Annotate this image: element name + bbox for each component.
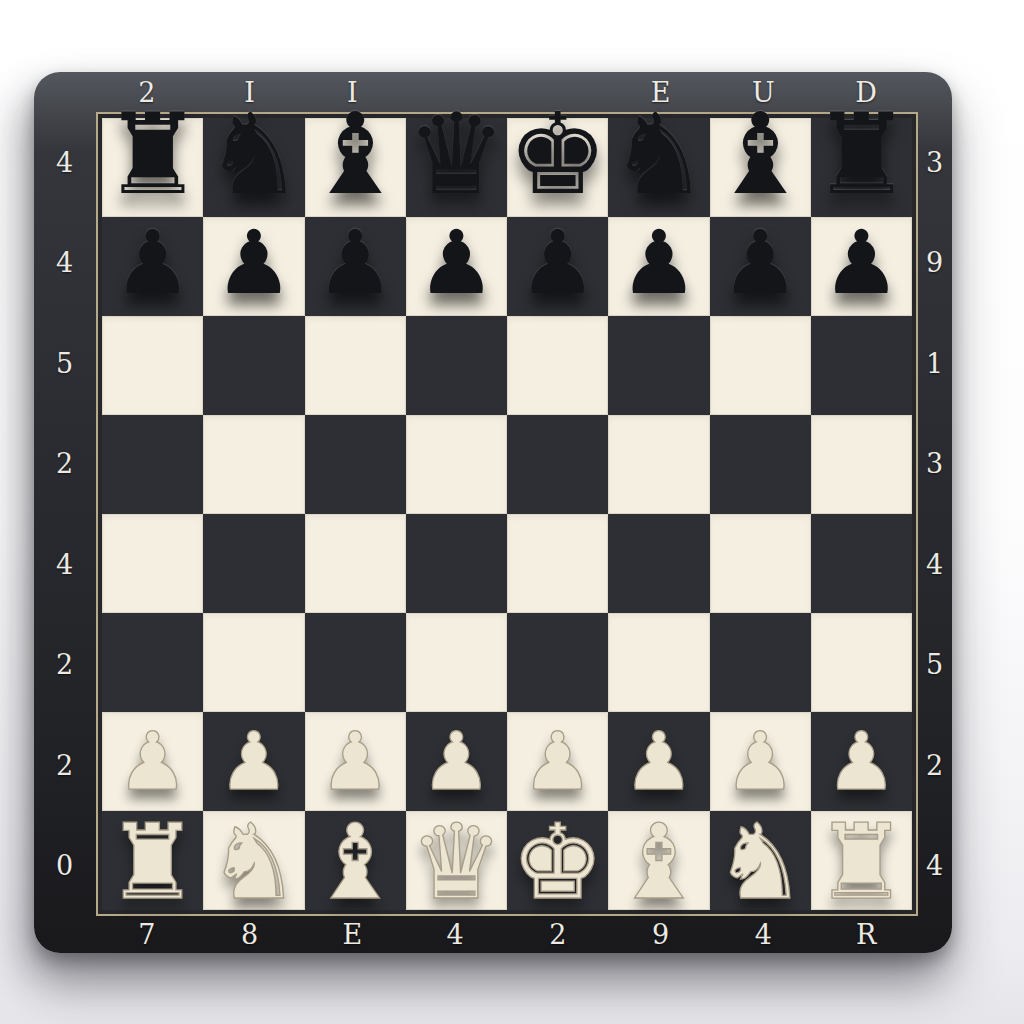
square-h3[interactable] (811, 613, 912, 712)
square-g4[interactable] (710, 514, 811, 613)
square-a2[interactable]: ♟ (102, 712, 203, 811)
square-f8[interactable]: ♞ (608, 118, 709, 217)
left-label-7: 0 (34, 816, 96, 917)
square-h8[interactable]: ♜ (811, 118, 912, 217)
square-e7[interactable]: ♟ (507, 217, 608, 316)
square-b5[interactable] (203, 415, 304, 514)
piece-white-queen-d1[interactable]: ♛ (410, 810, 503, 914)
piece-white-pawn-b2[interactable]: ♟ (218, 722, 290, 802)
square-g7[interactable]: ♟ (710, 217, 811, 316)
right-label-1: 9 (918, 213, 952, 314)
square-h4[interactable] (811, 514, 912, 613)
piece-white-rook-h1[interactable]: ♜ (815, 810, 908, 914)
square-b1[interactable]: ♞ (203, 811, 304, 910)
piece-white-pawn-e2[interactable]: ♟ (522, 722, 594, 802)
square-a5[interactable] (102, 415, 203, 514)
square-f7[interactable]: ♟ (608, 217, 709, 316)
piece-white-bishop-f1[interactable]: ♝ (612, 810, 705, 914)
square-g5[interactable] (710, 415, 811, 514)
square-b4[interactable] (203, 514, 304, 613)
square-b3[interactable] (203, 613, 304, 712)
piece-black-pawn-b7[interactable]: ♟ (214, 219, 293, 307)
piece-white-pawn-a2[interactable]: ♟ (117, 722, 189, 802)
piece-black-pawn-g7[interactable]: ♟ (721, 219, 800, 307)
right-label-4: 4 (918, 514, 952, 615)
square-h5[interactable] (811, 415, 912, 514)
piece-black-knight-f8[interactable]: ♞ (609, 98, 709, 210)
piece-black-king-e8[interactable]: ♚ (507, 98, 607, 210)
left-label-1: 4 (34, 213, 96, 314)
piece-black-bishop-g8[interactable]: ♝ (710, 98, 810, 210)
piece-black-pawn-c7[interactable]: ♟ (316, 219, 395, 307)
piece-white-pawn-c2[interactable]: ♟ (319, 722, 391, 802)
square-d5[interactable] (406, 415, 507, 514)
squares-grid: ♜♞♝♛♚♞♝♜♟♟♟♟♟♟♟♟♟♟♟♟♟♟♟♟♜♞♝♛♚♝♞♜ (102, 118, 912, 910)
square-h7[interactable]: ♟ (811, 217, 912, 316)
square-e6[interactable] (507, 316, 608, 415)
square-a8[interactable]: ♜ (102, 118, 203, 217)
square-c1[interactable]: ♝ (305, 811, 406, 910)
piece-white-knight-b1[interactable]: ♞ (207, 810, 300, 914)
square-h1[interactable]: ♜ (811, 811, 912, 910)
piece-black-pawn-e7[interactable]: ♟ (518, 219, 597, 307)
square-d7[interactable]: ♟ (406, 217, 507, 316)
piece-white-bishop-c1[interactable]: ♝ (309, 810, 402, 914)
square-f6[interactable] (608, 316, 709, 415)
square-c5[interactable] (305, 415, 406, 514)
square-b6[interactable] (203, 316, 304, 415)
piece-white-pawn-h2[interactable]: ♟ (826, 722, 898, 802)
square-b8[interactable]: ♞ (203, 118, 304, 217)
square-a1[interactable]: ♜ (102, 811, 203, 910)
square-f3[interactable] (608, 613, 709, 712)
piece-black-bishop-c8[interactable]: ♝ (305, 98, 405, 210)
square-h6[interactable] (811, 316, 912, 415)
square-d2[interactable]: ♟ (406, 712, 507, 811)
rank-labels-right: 39134524 (918, 112, 952, 916)
square-e4[interactable] (507, 514, 608, 613)
square-g3[interactable] (710, 613, 811, 712)
square-c8[interactable]: ♝ (305, 118, 406, 217)
piece-white-pawn-f2[interactable]: ♟ (623, 722, 695, 802)
square-e2[interactable]: ♟ (507, 712, 608, 811)
square-b7[interactable]: ♟ (203, 217, 304, 316)
square-f5[interactable] (608, 415, 709, 514)
square-c6[interactable] (305, 316, 406, 415)
square-e1[interactable]: ♚ (507, 811, 608, 910)
left-label-0: 4 (34, 112, 96, 213)
right-label-7: 4 (918, 816, 952, 917)
play-area: ♜♞♝♛♚♞♝♜♟♟♟♟♟♟♟♟♟♟♟♟♟♟♟♟♜♞♝♛♚♝♞♜ (96, 112, 918, 916)
piece-black-pawn-d7[interactable]: ♟ (417, 219, 496, 307)
left-label-6: 2 (34, 715, 96, 816)
piece-black-pawn-h7[interactable]: ♟ (822, 219, 901, 307)
square-c3[interactable] (305, 613, 406, 712)
chess-board: 2IIEUD 78E4294R 44524220 39134524 ♜♞♝♛♚♞… (34, 72, 952, 953)
square-g6[interactable] (710, 316, 811, 415)
piece-black-queen-d8[interactable]: ♛ (406, 98, 506, 210)
left-label-3: 2 (34, 414, 96, 515)
square-c2[interactable]: ♟ (305, 712, 406, 811)
right-label-6: 2 (918, 715, 952, 816)
square-e8[interactable]: ♚ (507, 118, 608, 217)
right-label-2: 1 (918, 313, 952, 414)
piece-white-knight-g1[interactable]: ♞ (714, 810, 807, 914)
left-label-2: 5 (34, 313, 96, 414)
square-a4[interactable] (102, 514, 203, 613)
piece-black-rook-h8[interactable]: ♜ (811, 98, 911, 210)
piece-black-pawn-a7[interactable]: ♟ (113, 219, 192, 307)
square-f2[interactable]: ♟ (608, 712, 709, 811)
piece-black-rook-a8[interactable]: ♜ (102, 98, 202, 210)
square-g1[interactable]: ♞ (710, 811, 811, 910)
piece-white-pawn-g2[interactable]: ♟ (724, 722, 796, 802)
left-label-4: 4 (34, 514, 96, 615)
square-c4[interactable] (305, 514, 406, 613)
right-label-5: 5 (918, 615, 952, 716)
square-c7[interactable]: ♟ (305, 217, 406, 316)
square-h2[interactable]: ♟ (811, 712, 912, 811)
square-e3[interactable] (507, 613, 608, 712)
right-label-0: 3 (918, 112, 952, 213)
square-g8[interactable]: ♝ (710, 118, 811, 217)
square-d6[interactable] (406, 316, 507, 415)
square-f1[interactable]: ♝ (608, 811, 709, 910)
square-a3[interactable] (102, 613, 203, 712)
square-d1[interactable]: ♛ (406, 811, 507, 910)
square-d3[interactable] (406, 613, 507, 712)
piece-black-pawn-f7[interactable]: ♟ (619, 219, 698, 307)
square-g2[interactable]: ♟ (710, 712, 811, 811)
right-label-3: 3 (918, 414, 952, 515)
square-d8[interactable]: ♛ (406, 118, 507, 217)
piece-black-knight-b8[interactable]: ♞ (204, 98, 304, 210)
square-e5[interactable] (507, 415, 608, 514)
piece-white-king-e1[interactable]: ♚ (511, 810, 604, 914)
rank-labels-left: 44524220 (34, 112, 96, 916)
square-b2[interactable]: ♟ (203, 712, 304, 811)
square-d4[interactable] (406, 514, 507, 613)
piece-white-pawn-d2[interactable]: ♟ (421, 722, 493, 802)
piece-white-rook-a1[interactable]: ♜ (106, 810, 199, 914)
square-a7[interactable]: ♟ (102, 217, 203, 316)
square-a6[interactable] (102, 316, 203, 415)
left-label-5: 2 (34, 615, 96, 716)
square-f4[interactable] (608, 514, 709, 613)
